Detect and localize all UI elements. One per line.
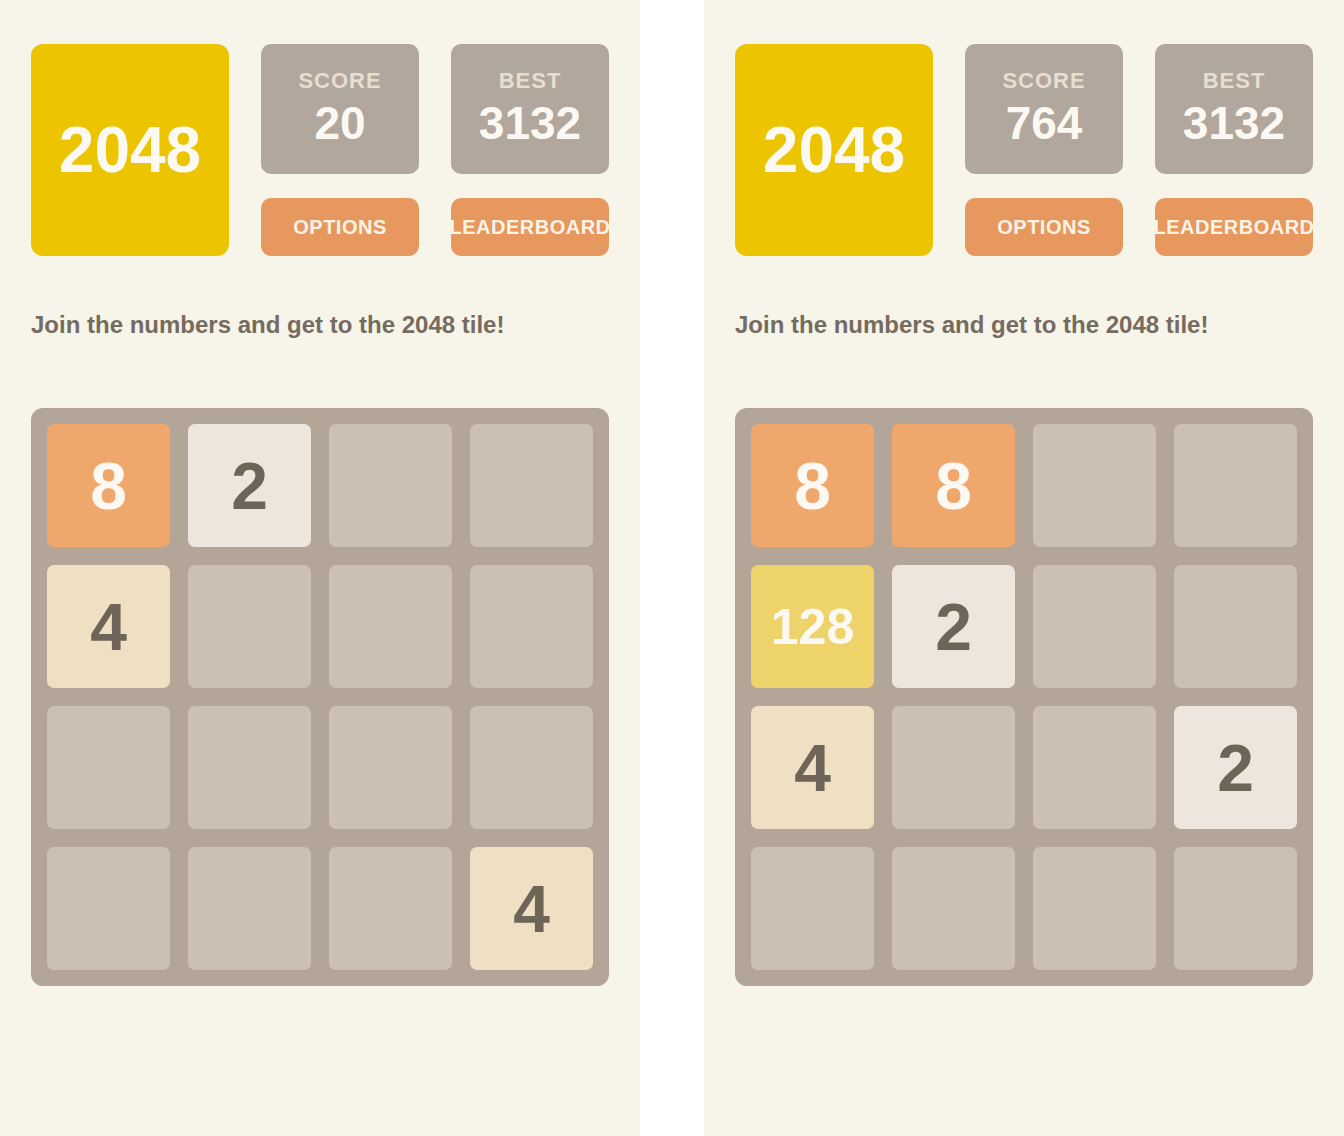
score-value: 20: [314, 96, 365, 150]
score-box: SCORE 20: [261, 44, 419, 174]
best-value: 3132: [1183, 96, 1285, 150]
score-label: SCORE: [1002, 68, 1085, 94]
options-button[interactable]: OPTIONS: [965, 198, 1123, 256]
best-value: 3132: [479, 96, 581, 150]
board-cell: 4: [470, 847, 593, 970]
game-panel-left: 2048 SCORE 20 BEST 3132 OPTIONS LEADERBO…: [0, 0, 640, 1136]
score-value: 764: [1006, 96, 1083, 150]
header-right: 2048 SCORE 764 BEST 3132 OPTIONS LEADERB…: [735, 44, 1313, 256]
board-cell: [329, 706, 452, 829]
options-button[interactable]: OPTIONS: [261, 198, 419, 256]
board-cell: [329, 847, 452, 970]
board-cell: [47, 847, 170, 970]
panel-divider: [640, 0, 704, 1136]
board-cell: [892, 847, 1015, 970]
board-cell: [1033, 565, 1156, 688]
score-label: SCORE: [298, 68, 381, 94]
board-cell: 8: [892, 424, 1015, 547]
board-cell: [751, 847, 874, 970]
board-cell: 2: [188, 424, 311, 547]
board-cell: [1033, 847, 1156, 970]
best-box: BEST 3132: [1155, 44, 1313, 174]
board-cell: [329, 424, 452, 547]
logo-tile: 2048: [735, 44, 933, 256]
board-cell: [47, 706, 170, 829]
board-cell: [188, 706, 311, 829]
board-cell: 2: [892, 565, 1015, 688]
leaderboard-button[interactable]: LEADERBOARD: [451, 198, 609, 256]
board-cell: [1033, 706, 1156, 829]
board-cell: 128: [751, 565, 874, 688]
board-cell: [470, 706, 593, 829]
best-label: BEST: [1203, 68, 1266, 94]
board-cell: [470, 565, 593, 688]
board-cell: [188, 847, 311, 970]
board-cell: 4: [47, 565, 170, 688]
board-cell: [188, 565, 311, 688]
board-cell: [1174, 565, 1297, 688]
board-cell: 8: [47, 424, 170, 547]
board-cell: 8: [751, 424, 874, 547]
board-cell: [1033, 424, 1156, 547]
board-cell: [1174, 847, 1297, 970]
game-board-left[interactable]: 8 2 4 4: [31, 408, 609, 986]
header-left: 2048 SCORE 20 BEST 3132 OPTIONS LEADERBO…: [31, 44, 609, 256]
leaderboard-button[interactable]: LEADERBOARD: [1155, 198, 1313, 256]
board-cell: [1174, 424, 1297, 547]
tagline: Join the numbers and get to the 2048 til…: [31, 310, 609, 340]
board-cell: [329, 565, 452, 688]
logo-text: 2048: [59, 113, 201, 187]
logo-text: 2048: [763, 113, 905, 187]
score-box: SCORE 764: [965, 44, 1123, 174]
board-cell: [892, 706, 1015, 829]
best-box: BEST 3132: [451, 44, 609, 174]
board-cell: 2: [1174, 706, 1297, 829]
game-panel-right: 2048 SCORE 764 BEST 3132 OPTIONS LEADERB…: [704, 0, 1344, 1136]
game-board-right[interactable]: 8 8 128 2 4 2: [735, 408, 1313, 986]
best-label: BEST: [499, 68, 562, 94]
tagline: Join the numbers and get to the 2048 til…: [735, 310, 1313, 340]
logo-tile: 2048: [31, 44, 229, 256]
board-cell: 4: [751, 706, 874, 829]
board-cell: [470, 424, 593, 547]
